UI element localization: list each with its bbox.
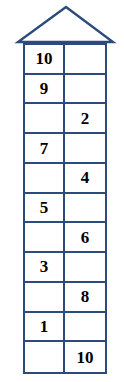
given-number-cell: 3 bbox=[25, 253, 65, 283]
empty-answer-cell[interactable] bbox=[25, 104, 65, 134]
given-number-cell: 7 bbox=[25, 134, 65, 164]
given-number-cell: 5 bbox=[25, 194, 65, 224]
empty-answer-cell[interactable] bbox=[65, 313, 105, 343]
given-number-cell: 10 bbox=[25, 45, 65, 75]
given-number-cell: 9 bbox=[25, 75, 65, 105]
empty-answer-cell[interactable] bbox=[25, 164, 65, 194]
empty-answer-cell[interactable] bbox=[65, 253, 105, 283]
empty-answer-cell[interactable] bbox=[65, 45, 105, 75]
empty-answer-cell[interactable] bbox=[65, 134, 105, 164]
given-number-cell: 6 bbox=[65, 223, 105, 253]
empty-answer-cell[interactable] bbox=[65, 75, 105, 105]
given-number-cell: 4 bbox=[65, 164, 105, 194]
given-number-cell: 8 bbox=[65, 283, 105, 313]
given-number-cell: 10 bbox=[65, 342, 105, 372]
given-number-cell: 1 bbox=[25, 313, 65, 343]
empty-answer-cell[interactable] bbox=[25, 283, 65, 313]
given-number-cell: 2 bbox=[65, 104, 105, 134]
house-roof bbox=[0, 0, 124, 46]
empty-answer-cell[interactable] bbox=[25, 223, 65, 253]
number-house-board: 1092745638110 bbox=[0, 0, 124, 382]
empty-answer-cell[interactable] bbox=[25, 342, 65, 372]
empty-answer-cell[interactable] bbox=[65, 194, 105, 224]
number-house-grid: 1092745638110 bbox=[23, 43, 107, 374]
